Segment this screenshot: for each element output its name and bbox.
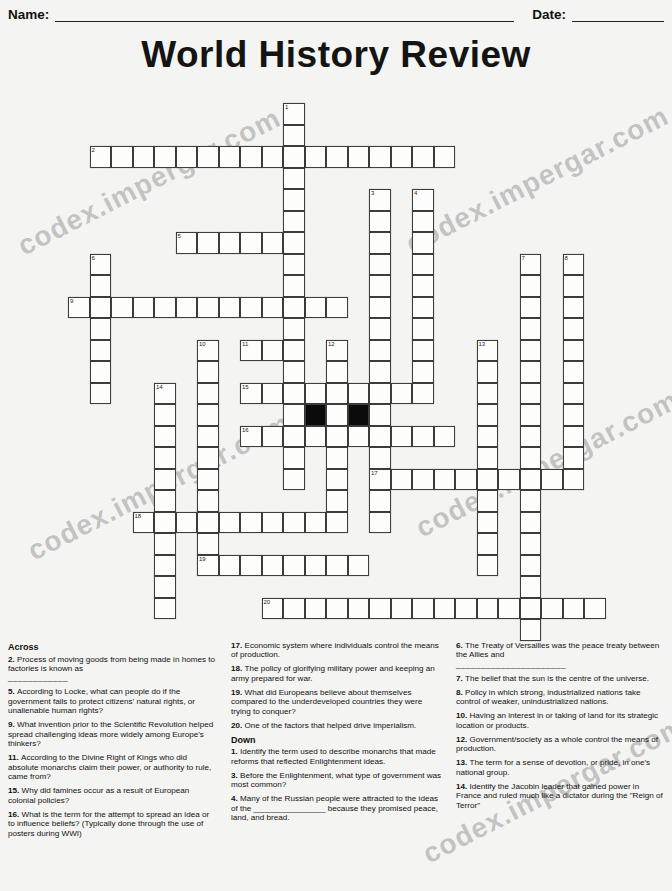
clue-item-13: 13. The term for a sense of devotion, or… bbox=[456, 758, 664, 777]
grid-cell[interactable] bbox=[219, 146, 241, 168]
grid-cell[interactable] bbox=[477, 469, 499, 491]
clue-item-11: 11. According to the Divine Right of Kin… bbox=[8, 753, 218, 781]
cell-number: 2 bbox=[92, 147, 95, 154]
clue-number: 10. bbox=[456, 711, 470, 720]
cell-number: 9 bbox=[70, 298, 73, 305]
clue-number: 14. bbox=[456, 782, 470, 791]
clue-column-left: Across2. Process of moving goods from be… bbox=[8, 641, 218, 842]
cell-number: 8 bbox=[565, 255, 568, 262]
grid-cell[interactable] bbox=[305, 512, 327, 534]
grid-cell[interactable] bbox=[176, 146, 198, 168]
grid-cell[interactable]: 15 bbox=[240, 383, 262, 405]
grid-cell[interactable] bbox=[197, 383, 219, 405]
grid-cell[interactable] bbox=[219, 555, 241, 577]
grid-cell[interactable] bbox=[477, 555, 499, 577]
grid-cell[interactable] bbox=[541, 598, 563, 620]
grid-cell[interactable] bbox=[520, 555, 542, 577]
grid-cell[interactable] bbox=[90, 297, 112, 319]
clue-item-14: 14. Identify the Jacobin leader that gai… bbox=[456, 782, 664, 810]
grid-cell[interactable] bbox=[283, 189, 305, 211]
clue-column-right: 6. The Treaty of Versailles was the peac… bbox=[456, 641, 664, 842]
grid-cell[interactable] bbox=[348, 555, 370, 577]
grid-cell[interactable] bbox=[348, 598, 370, 620]
clue-item-12: 12. Government/society as a whole contro… bbox=[456, 735, 664, 754]
cell-number: 3 bbox=[371, 190, 374, 197]
clue-item-20: 20. One of the factors that helped drive… bbox=[231, 721, 443, 730]
grid-cell[interactable] bbox=[477, 512, 499, 534]
grid-cell[interactable] bbox=[197, 232, 219, 254]
grid-cell[interactable] bbox=[154, 555, 176, 577]
clue-text: According to Locke, what can people do i… bbox=[8, 687, 195, 715]
grid-cell[interactable] bbox=[154, 469, 176, 491]
grid-cell[interactable] bbox=[305, 426, 327, 448]
grid-cell[interactable] bbox=[262, 232, 284, 254]
grid-cell[interactable] bbox=[154, 426, 176, 448]
grid-cell[interactable] bbox=[412, 318, 434, 340]
clue-number: 6. bbox=[456, 641, 465, 650]
down-header: Down bbox=[231, 735, 443, 746]
grid-cell[interactable] bbox=[262, 426, 284, 448]
grid-cell[interactable] bbox=[240, 297, 262, 319]
grid-cell[interactable]: 19 bbox=[197, 555, 219, 577]
grid-cell[interactable] bbox=[369, 512, 391, 534]
grid-cell[interactable] bbox=[563, 340, 585, 362]
grid-cell[interactable] bbox=[176, 512, 198, 534]
grid-cell[interactable]: 9 bbox=[68, 297, 90, 319]
clue-item-15: 15. Why did famines occur as a result of… bbox=[8, 786, 218, 805]
clue-item-1: 1. Identify the term used to describe mo… bbox=[231, 747, 443, 766]
grid-cell[interactable] bbox=[434, 146, 456, 168]
cell-number: 17 bbox=[371, 470, 378, 477]
cell-number: 20 bbox=[264, 599, 271, 606]
grid-cell[interactable] bbox=[520, 447, 542, 469]
clue-text: The policy of glorifying military power … bbox=[231, 664, 435, 682]
grid-cell[interactable] bbox=[176, 297, 198, 319]
grid-cell[interactable] bbox=[283, 275, 305, 297]
grid-cell[interactable] bbox=[520, 340, 542, 362]
grid-cell[interactable] bbox=[520, 619, 542, 641]
grid-cell[interactable] bbox=[348, 426, 370, 448]
grid-cell[interactable] bbox=[262, 383, 284, 405]
grid-cell[interactable] bbox=[498, 469, 520, 491]
grid-cell[interactable]: 14 bbox=[154, 383, 176, 405]
grid-cell[interactable] bbox=[412, 211, 434, 233]
grid-cell[interactable] bbox=[240, 512, 262, 534]
grid-cell[interactable] bbox=[111, 146, 133, 168]
grid-cell[interactable] bbox=[90, 275, 112, 297]
grid-cell[interactable] bbox=[369, 340, 391, 362]
grid-cell[interactable] bbox=[412, 146, 434, 168]
name-fill-line[interactable] bbox=[55, 6, 514, 22]
clue-text: The Treaty of Versailles was the peace t… bbox=[456, 641, 659, 659]
grid-cell[interactable] bbox=[326, 598, 348, 620]
clue-text: One of the factors that helped drive imp… bbox=[245, 721, 417, 730]
cell-number: 5 bbox=[178, 233, 181, 240]
grid-cell[interactable] bbox=[369, 318, 391, 340]
grid-cell[interactable] bbox=[262, 340, 284, 362]
grid-cell[interactable] bbox=[477, 447, 499, 469]
grid-cell[interactable] bbox=[563, 383, 585, 405]
grid-cell[interactable] bbox=[477, 426, 499, 448]
grid-cell[interactable] bbox=[434, 598, 456, 620]
clue-number: 4. bbox=[231, 794, 240, 803]
grid-cell[interactable] bbox=[477, 533, 499, 555]
grid-cell[interactable] bbox=[133, 146, 155, 168]
grid-cell[interactable] bbox=[391, 146, 413, 168]
grid-cell[interactable] bbox=[584, 598, 606, 620]
grid-cell[interactable] bbox=[520, 275, 542, 297]
clue-text: What is the term for the attempt to spre… bbox=[8, 810, 209, 838]
grid-cell[interactable] bbox=[283, 598, 305, 620]
grid-cell[interactable] bbox=[520, 533, 542, 555]
grid-cell[interactable]: 16 bbox=[240, 426, 262, 448]
clue-number: 18. bbox=[231, 664, 245, 673]
clue-item-10: 10. Having an interest in or taking of l… bbox=[456, 711, 664, 730]
clue-number: 11. bbox=[8, 753, 21, 762]
grid-cell[interactable] bbox=[563, 275, 585, 297]
grid-cell[interactable] bbox=[348, 383, 370, 405]
clue-text: Having an interest in or taking of land … bbox=[456, 711, 658, 729]
grid-cell[interactable] bbox=[219, 512, 241, 534]
clue-number: 1. bbox=[231, 747, 240, 756]
grid-cell[interactable] bbox=[563, 426, 585, 448]
grid-cell[interactable] bbox=[197, 447, 219, 469]
grid-cell[interactable] bbox=[369, 254, 391, 276]
grid-cell[interactable] bbox=[455, 598, 477, 620]
grid-cell[interactable] bbox=[326, 361, 348, 383]
clue-column-middle: 17. Economic system where individuals co… bbox=[231, 641, 443, 842]
clue-item-7: 7. The belief that the sun is the centre… bbox=[456, 674, 664, 683]
grid-cell[interactable] bbox=[262, 512, 284, 534]
grid-cell[interactable] bbox=[90, 318, 112, 340]
grid-cell[interactable] bbox=[197, 426, 219, 448]
grid-cell[interactable]: 12 bbox=[326, 340, 348, 362]
clue-item-4: 4. Many of the Russian people were attra… bbox=[231, 794, 443, 822]
grid-cell[interactable] bbox=[369, 426, 391, 448]
clue-number: 17. bbox=[231, 641, 245, 650]
grid-cell[interactable]: 4 bbox=[412, 189, 434, 211]
grid-cell[interactable]: 17 bbox=[369, 469, 391, 491]
clue-text: Government/society as a whole control th… bbox=[456, 735, 658, 753]
grid-cell[interactable] bbox=[412, 383, 434, 405]
cell-number: 1 bbox=[285, 104, 288, 111]
grid-cell[interactable] bbox=[219, 232, 241, 254]
clue-item-19: 19. What did Europeans believe about the… bbox=[231, 688, 443, 716]
grid-cell[interactable] bbox=[348, 146, 370, 168]
grid-cell[interactable] bbox=[240, 555, 262, 577]
grid-cell[interactable] bbox=[326, 469, 348, 491]
clue-number: 20. bbox=[231, 721, 245, 730]
grid-cell[interactable] bbox=[90, 383, 112, 405]
grid-cell[interactable] bbox=[154, 576, 176, 598]
grid-cell[interactable] bbox=[520, 361, 542, 383]
grid-cell[interactable] bbox=[391, 598, 413, 620]
grid-cell[interactable] bbox=[477, 490, 499, 512]
grid-cell[interactable] bbox=[283, 512, 305, 534]
answer-blank-line: ______________________ bbox=[456, 660, 664, 669]
grid-cell[interactable] bbox=[369, 404, 391, 426]
grid-cell[interactable] bbox=[412, 275, 434, 297]
grid-cell[interactable] bbox=[520, 297, 542, 319]
name-label: Name: bbox=[8, 7, 49, 22]
grid-cell[interactable] bbox=[197, 469, 219, 491]
grid-cell[interactable]: 3 bbox=[369, 189, 391, 211]
grid-cell[interactable]: 18 bbox=[133, 512, 155, 534]
clue-item-6: 6. The Treaty of Versailles was the peac… bbox=[456, 641, 664, 669]
clue-text: Economic system where individuals contro… bbox=[231, 641, 439, 659]
grid-cell[interactable] bbox=[412, 232, 434, 254]
grid-cell[interactable] bbox=[326, 426, 348, 448]
grid-cell[interactable] bbox=[283, 125, 305, 147]
grid-cell[interactable] bbox=[197, 512, 219, 534]
grid-cell[interactable] bbox=[197, 146, 219, 168]
clue-text: The belief that the sun is the centre of… bbox=[465, 674, 649, 683]
grid-cell[interactable] bbox=[283, 469, 305, 491]
grid-cell[interactable] bbox=[305, 383, 327, 405]
grid-cell[interactable] bbox=[283, 211, 305, 233]
grid-cell[interactable] bbox=[283, 426, 305, 448]
clue-text: Process of moving goods from being made … bbox=[8, 655, 215, 673]
clue-number: 8. bbox=[456, 688, 465, 697]
grid-cell[interactable] bbox=[283, 318, 305, 340]
clue-number: 3. bbox=[231, 771, 240, 780]
cell-number: 13 bbox=[479, 341, 486, 348]
clue-text: Many of the Russian people were attracte… bbox=[231, 794, 438, 822]
grid-cell[interactable] bbox=[369, 383, 391, 405]
grid-cell[interactable] bbox=[240, 232, 262, 254]
grid-cell[interactable] bbox=[326, 490, 348, 512]
grid-cell[interactable] bbox=[283, 340, 305, 362]
grid-cell[interactable] bbox=[369, 211, 391, 233]
grid-cell[interactable] bbox=[520, 490, 542, 512]
black-cell bbox=[305, 404, 327, 426]
grid-cell[interactable] bbox=[154, 512, 176, 534]
grid-cell[interactable] bbox=[412, 598, 434, 620]
grid-cell[interactable] bbox=[412, 297, 434, 319]
grid-cell[interactable] bbox=[520, 469, 542, 491]
grid-cell[interactable] bbox=[154, 404, 176, 426]
worksheet-page: { "game": "crossword", "title": "World H… bbox=[0, 0, 672, 891]
clue-number: 9. bbox=[8, 720, 17, 729]
cell-number: 12 bbox=[328, 341, 335, 348]
grid-cell[interactable] bbox=[90, 340, 112, 362]
grid-cell[interactable] bbox=[283, 254, 305, 276]
grid-cell[interactable] bbox=[283, 168, 305, 190]
grid-cell[interactable] bbox=[391, 426, 413, 448]
clue-number: 2. bbox=[8, 655, 17, 664]
grid-cell[interactable] bbox=[154, 533, 176, 555]
grid-cell[interactable] bbox=[563, 447, 585, 469]
grid-cell[interactable] bbox=[412, 340, 434, 362]
grid-cell[interactable] bbox=[305, 598, 327, 620]
clue-number: 19. bbox=[231, 688, 245, 697]
grid-cell[interactable]: 10 bbox=[197, 340, 219, 362]
grid-cell[interactable]: 13 bbox=[477, 340, 499, 362]
date-fill-line[interactable] bbox=[572, 6, 664, 22]
clue-text: Identify the term used to describe monar… bbox=[231, 747, 436, 765]
grid-cell[interactable]: 7 bbox=[520, 254, 542, 276]
grid-cell[interactable] bbox=[520, 576, 542, 598]
grid-cell[interactable] bbox=[563, 297, 585, 319]
grid-cell[interactable] bbox=[326, 383, 348, 405]
grid-cell[interactable]: 11 bbox=[240, 340, 262, 362]
crossword-grid: 1234567891011121314151617181920 bbox=[68, 103, 606, 641]
grid-cell[interactable]: 5 bbox=[176, 232, 198, 254]
clues-section: Across2. Process of moving goods from be… bbox=[8, 641, 668, 842]
grid-cell[interactable] bbox=[154, 297, 176, 319]
grid-cell[interactable] bbox=[391, 469, 413, 491]
grid-cell[interactable] bbox=[520, 318, 542, 340]
grid-cell[interactable] bbox=[305, 146, 327, 168]
clue-text: The term for a sense of devotion, or pri… bbox=[456, 758, 650, 776]
date-label: Date: bbox=[532, 7, 566, 22]
grid-cell[interactable] bbox=[391, 383, 413, 405]
grid-cell[interactable] bbox=[369, 275, 391, 297]
clue-number: 12. bbox=[456, 735, 470, 744]
grid-cell[interactable] bbox=[154, 447, 176, 469]
grid-cell[interactable] bbox=[283, 447, 305, 469]
grid-cell[interactable] bbox=[154, 598, 176, 620]
grid-cell[interactable] bbox=[326, 404, 348, 426]
clue-number: 7. bbox=[456, 674, 465, 683]
clue-text: Policy in which strong, industrialized n… bbox=[456, 688, 640, 706]
grid-cell[interactable] bbox=[520, 512, 542, 534]
grid-cell[interactable] bbox=[520, 426, 542, 448]
grid-cell[interactable] bbox=[262, 297, 284, 319]
grid-cell[interactable] bbox=[563, 404, 585, 426]
cell-number: 14 bbox=[156, 384, 163, 391]
grid-cell[interactable] bbox=[520, 598, 542, 620]
grid-cell[interactable] bbox=[197, 490, 219, 512]
answer-blank-line: ____________ bbox=[8, 673, 218, 682]
grid-cell[interactable] bbox=[154, 490, 176, 512]
grid-cell[interactable] bbox=[305, 555, 327, 577]
grid-cell[interactable] bbox=[197, 297, 219, 319]
clue-number: 16. bbox=[8, 810, 22, 819]
clue-text: What did Europeans believe about themsel… bbox=[231, 688, 422, 716]
clue-number: 13. bbox=[456, 758, 470, 767]
grid-cell[interactable] bbox=[262, 146, 284, 168]
grid-cell[interactable] bbox=[541, 469, 563, 491]
grid-cell[interactable] bbox=[326, 146, 348, 168]
grid-cell[interactable]: 6 bbox=[90, 254, 112, 276]
clue-item-2: 2. Process of moving goods from being ma… bbox=[8, 655, 218, 683]
grid-cell[interactable] bbox=[477, 361, 499, 383]
grid-cell[interactable] bbox=[455, 469, 477, 491]
clue-item-5: 5. According to Locke, what can people d… bbox=[8, 687, 218, 715]
grid-cell[interactable] bbox=[283, 361, 305, 383]
grid-cell[interactable] bbox=[434, 426, 456, 448]
clue-item-16: 16. What is the term for the attempt to … bbox=[8, 810, 218, 838]
clue-item-3: 3. Before the Enlightenment, what type o… bbox=[231, 771, 443, 790]
grid-cell[interactable] bbox=[369, 598, 391, 620]
grid-cell[interactable] bbox=[369, 146, 391, 168]
grid-cell[interactable]: 8 bbox=[563, 254, 585, 276]
grid-cell[interactable] bbox=[563, 469, 585, 491]
grid-cell[interactable] bbox=[90, 361, 112, 383]
grid-cell[interactable] bbox=[563, 318, 585, 340]
grid-cell[interactable] bbox=[477, 383, 499, 405]
grid-cell[interactable] bbox=[369, 232, 391, 254]
grid-cell[interactable] bbox=[369, 297, 391, 319]
grid-cell[interactable] bbox=[369, 361, 391, 383]
grid-cell[interactable]: 2 bbox=[90, 146, 112, 168]
grid-cell[interactable] bbox=[326, 555, 348, 577]
grid-cell[interactable] bbox=[563, 598, 585, 620]
grid-cell[interactable] bbox=[412, 426, 434, 448]
cell-number: 15 bbox=[242, 384, 249, 391]
grid-cell[interactable] bbox=[111, 297, 133, 319]
grid-cell[interactable] bbox=[326, 447, 348, 469]
clue-number: 15. bbox=[8, 786, 22, 795]
grid-cell[interactable] bbox=[240, 146, 262, 168]
grid-cell[interactable] bbox=[563, 361, 585, 383]
black-cell bbox=[348, 404, 370, 426]
grid-cell[interactable] bbox=[154, 146, 176, 168]
grid-cell[interactable] bbox=[477, 404, 499, 426]
grid-cell[interactable]: 1 bbox=[283, 103, 305, 125]
clue-text: Before the Enlightenment, what type of g… bbox=[231, 771, 441, 789]
grid-cell[interactable] bbox=[305, 297, 327, 319]
grid-cell[interactable] bbox=[283, 232, 305, 254]
grid-cell[interactable] bbox=[197, 533, 219, 555]
grid-cell[interactable] bbox=[369, 490, 391, 512]
grid-cell[interactable] bbox=[133, 297, 155, 319]
cell-number: 19 bbox=[199, 556, 206, 563]
grid-cell[interactable] bbox=[520, 383, 542, 405]
grid-cell[interactable] bbox=[283, 146, 305, 168]
clue-text: What invention prior to the Scientific R… bbox=[8, 720, 213, 748]
grid-cell[interactable] bbox=[498, 598, 520, 620]
grid-cell[interactable] bbox=[412, 361, 434, 383]
grid-cell[interactable] bbox=[283, 555, 305, 577]
cell-number: 7 bbox=[522, 255, 525, 262]
clue-number: 5. bbox=[8, 687, 17, 696]
grid-cell[interactable] bbox=[283, 383, 305, 405]
across-header: Across bbox=[8, 642, 218, 653]
clue-text: According to the Divine Right of Kings w… bbox=[8, 753, 211, 781]
grid-cell[interactable] bbox=[412, 469, 434, 491]
grid-cell[interactable]: 20 bbox=[262, 598, 284, 620]
grid-cell[interactable] bbox=[197, 361, 219, 383]
grid-cell[interactable] bbox=[369, 447, 391, 469]
clue-item-18: 18. The policy of glorifying military po… bbox=[231, 664, 443, 683]
puzzle-title: World History Review bbox=[0, 34, 672, 76]
cell-number: 11 bbox=[242, 341, 248, 348]
cell-number: 18 bbox=[135, 513, 142, 520]
clue-text: Why did famines occur as a result of Eur… bbox=[8, 786, 189, 804]
clue-item-17: 17. Economic system where individuals co… bbox=[231, 641, 443, 660]
grid-cell[interactable] bbox=[262, 555, 284, 577]
clue-text: Identify the Jacobin leader that gained … bbox=[456, 782, 663, 810]
header-row: Name: Date: bbox=[8, 6, 664, 22]
grid-cell[interactable] bbox=[434, 469, 456, 491]
grid-cell[interactable] bbox=[326, 512, 348, 534]
grid-cell[interactable] bbox=[283, 297, 305, 319]
clue-item-8: 8. Policy in which strong, industrialize… bbox=[456, 688, 664, 707]
cell-number: 10 bbox=[199, 341, 206, 348]
cell-number: 16 bbox=[242, 427, 249, 434]
grid-cell[interactable] bbox=[412, 254, 434, 276]
grid-cell[interactable] bbox=[520, 404, 542, 426]
grid-cell[interactable] bbox=[197, 404, 219, 426]
grid-cell[interactable] bbox=[477, 598, 499, 620]
grid-cell[interactable] bbox=[326, 297, 348, 319]
cell-number: 4 bbox=[414, 190, 417, 197]
cell-number: 6 bbox=[92, 255, 95, 262]
grid-cell[interactable] bbox=[283, 404, 305, 426]
grid-cell[interactable] bbox=[219, 297, 241, 319]
